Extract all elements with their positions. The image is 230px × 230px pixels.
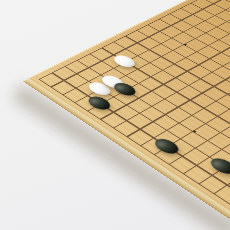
black-stone[interactable] [84,94,114,112]
white-stone[interactable] [110,54,138,70]
perspective-scene [0,0,230,230]
photo-stage [0,0,230,230]
star-point [191,130,196,133]
black-stone[interactable] [206,156,230,177]
black-stone[interactable] [150,136,182,156]
star-point [182,44,186,46]
